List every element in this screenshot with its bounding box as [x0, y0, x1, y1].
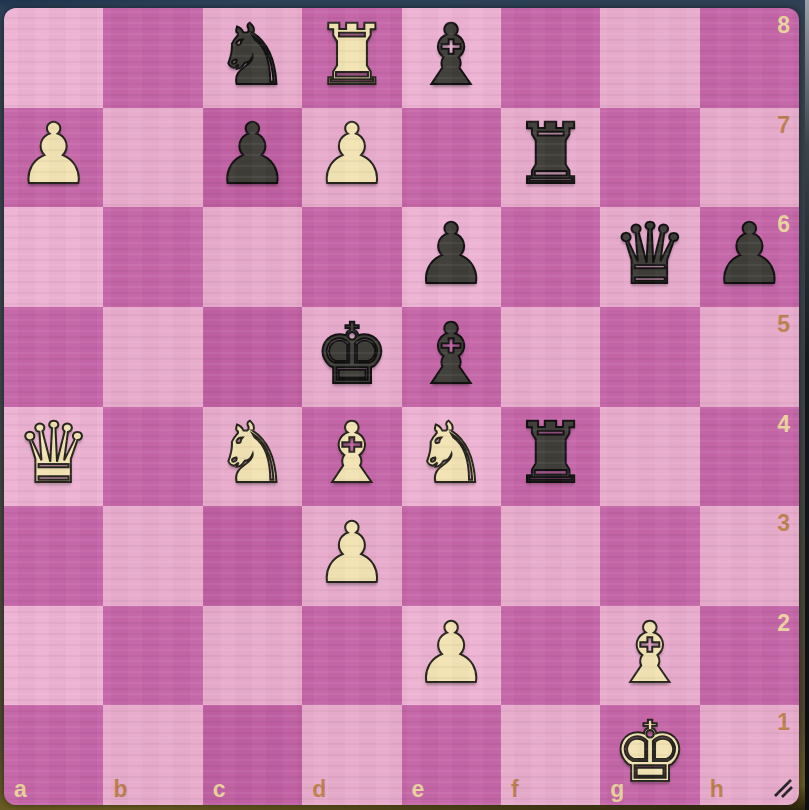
- square-e5[interactable]: ♝: [402, 307, 501, 407]
- square-g1[interactable]: ♚ g: [600, 705, 699, 805]
- square-b7[interactable]: [103, 108, 202, 208]
- rank-label-3: 3: [777, 510, 790, 537]
- square-f4[interactable]: ♜: [501, 407, 600, 507]
- rank-label-5: 5: [777, 311, 790, 338]
- piece-white-pawn[interactable]: ♟: [302, 108, 401, 208]
- file-label-h: h: [710, 776, 724, 803]
- piece-white-pawn[interactable]: ♟: [402, 606, 501, 706]
- square-e8[interactable]: ♝: [402, 8, 501, 108]
- file-label-b: b: [113, 776, 127, 803]
- square-c1[interactable]: c: [203, 705, 302, 805]
- square-f2[interactable]: [501, 606, 600, 706]
- square-a6[interactable]: [4, 207, 103, 307]
- screen-right-edge: [805, 0, 809, 810]
- piece-white-bishop[interactable]: ♝: [302, 407, 401, 507]
- square-g7[interactable]: [600, 108, 699, 208]
- piece-white-pawn[interactable]: ♟: [302, 506, 401, 606]
- piece-white-bishop[interactable]: ♝: [600, 606, 699, 706]
- piece-black-bishop[interactable]: ♝: [402, 8, 501, 108]
- square-c2[interactable]: [203, 606, 302, 706]
- square-c7[interactable]: ♟: [203, 108, 302, 208]
- square-a4[interactable]: ♛: [4, 407, 103, 507]
- piece-black-rook[interactable]: ♜: [501, 108, 600, 208]
- square-h3[interactable]: 3: [700, 506, 799, 606]
- square-h7[interactable]: 7: [700, 108, 799, 208]
- file-label-d: d: [312, 776, 326, 803]
- piece-black-rook[interactable]: ♜: [501, 407, 600, 507]
- square-c6[interactable]: [203, 207, 302, 307]
- square-f8[interactable]: [501, 8, 600, 108]
- square-b3[interactable]: [103, 506, 202, 606]
- square-f7[interactable]: ♜: [501, 108, 600, 208]
- piece-black-king[interactable]: ♚: [302, 307, 401, 407]
- square-c4[interactable]: ♞: [203, 407, 302, 507]
- square-e2[interactable]: ♟: [402, 606, 501, 706]
- file-label-c: c: [213, 776, 226, 803]
- piece-black-pawn[interactable]: ♟: [402, 207, 501, 307]
- square-b4[interactable]: [103, 407, 202, 507]
- square-b1[interactable]: b: [103, 705, 202, 805]
- square-d2[interactable]: [302, 606, 401, 706]
- rank-label-8: 8: [777, 12, 790, 39]
- square-h5[interactable]: 5: [700, 307, 799, 407]
- square-h4[interactable]: 4: [700, 407, 799, 507]
- square-d4[interactable]: ♝: [302, 407, 401, 507]
- square-e3[interactable]: [402, 506, 501, 606]
- square-f3[interactable]: [501, 506, 600, 606]
- square-g4[interactable]: [600, 407, 699, 507]
- piece-black-queen[interactable]: ♛: [600, 207, 699, 307]
- rank-label-6: 6: [777, 211, 790, 238]
- piece-white-rook[interactable]: ♜: [302, 8, 401, 108]
- square-d8[interactable]: ♜: [302, 8, 401, 108]
- square-d1[interactable]: d: [302, 705, 401, 805]
- square-e1[interactable]: e: [402, 705, 501, 805]
- square-d7[interactable]: ♟: [302, 108, 401, 208]
- rank-label-7: 7: [777, 112, 790, 139]
- file-label-e: e: [412, 776, 425, 803]
- square-h6[interactable]: ♟ 6: [700, 207, 799, 307]
- square-h8[interactable]: 8: [700, 8, 799, 108]
- resize-handle-icon[interactable]: [772, 777, 794, 799]
- piece-black-bishop[interactable]: ♝: [402, 307, 501, 407]
- rank-label-1: 1: [777, 709, 790, 736]
- square-g6[interactable]: ♛: [600, 207, 699, 307]
- piece-white-queen[interactable]: ♛: [4, 407, 103, 507]
- square-f1[interactable]: f: [501, 705, 600, 805]
- piece-black-knight[interactable]: ♞: [203, 8, 302, 108]
- square-h2[interactable]: 2: [700, 606, 799, 706]
- square-b6[interactable]: [103, 207, 202, 307]
- square-a7[interactable]: ♟: [4, 108, 103, 208]
- square-d3[interactable]: ♟: [302, 506, 401, 606]
- square-c5[interactable]: [203, 307, 302, 407]
- square-g3[interactable]: [600, 506, 699, 606]
- piece-black-pawn[interactable]: ♟: [203, 108, 302, 208]
- square-e4[interactable]: ♞: [402, 407, 501, 507]
- square-a3[interactable]: [4, 506, 103, 606]
- rank-label-4: 4: [777, 411, 790, 438]
- square-g2[interactable]: ♝: [600, 606, 699, 706]
- square-f5[interactable]: [501, 307, 600, 407]
- piece-white-knight[interactable]: ♞: [402, 407, 501, 507]
- square-e6[interactable]: ♟: [402, 207, 501, 307]
- square-d5[interactable]: ♚: [302, 307, 401, 407]
- square-f6[interactable]: [501, 207, 600, 307]
- square-c8[interactable]: ♞: [203, 8, 302, 108]
- square-a1[interactable]: a: [4, 705, 103, 805]
- file-label-g: g: [610, 776, 624, 803]
- piece-white-pawn[interactable]: ♟: [4, 108, 103, 208]
- rank-label-2: 2: [777, 610, 790, 637]
- piece-white-knight[interactable]: ♞: [203, 407, 302, 507]
- file-label-a: a: [14, 776, 27, 803]
- square-h1[interactable]: 1 h: [700, 705, 799, 805]
- square-a2[interactable]: [4, 606, 103, 706]
- square-a5[interactable]: [4, 307, 103, 407]
- square-c3[interactable]: [203, 506, 302, 606]
- square-b8[interactable]: [103, 8, 202, 108]
- square-d6[interactable]: [302, 207, 401, 307]
- square-g5[interactable]: [600, 307, 699, 407]
- square-g8[interactable]: [600, 8, 699, 108]
- square-b5[interactable]: [103, 307, 202, 407]
- file-label-f: f: [511, 776, 519, 803]
- square-e7[interactable]: [402, 108, 501, 208]
- square-b2[interactable]: [103, 606, 202, 706]
- chess-board: ♞ ♜ ♝ 8 ♟ ♟ ♟ ♜ 7 ♟ ♛ ♟ 6: [4, 8, 799, 805]
- square-a8[interactable]: [4, 8, 103, 108]
